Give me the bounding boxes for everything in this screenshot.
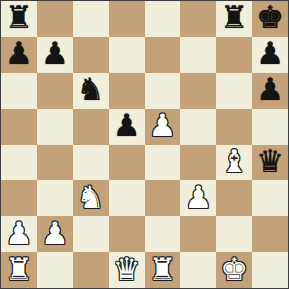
square-c3[interactable]: ♞ [73,180,109,216]
piece-white-queen[interactable]: ♛ [113,254,141,285]
square-b7[interactable]: ♟ [37,37,73,73]
square-d1[interactable]: ♛ [109,252,145,288]
square-d6[interactable] [109,73,145,109]
square-e1[interactable]: ♜ [145,252,181,288]
square-h1[interactable] [252,252,288,288]
square-g3[interactable] [216,180,252,216]
square-c5[interactable] [73,109,109,145]
square-b2[interactable]: ♟ [37,216,73,252]
square-b1[interactable] [37,252,73,288]
piece-black-pawn[interactable]: ♟ [41,38,69,69]
square-b3[interactable] [37,180,73,216]
square-e5[interactable]: ♟ [145,109,181,145]
square-a1[interactable]: ♜ [1,252,37,288]
square-b4[interactable] [37,145,73,181]
square-g4[interactable]: ♝ [216,145,252,181]
square-g8[interactable]: ♜ [216,1,252,37]
piece-white-knight[interactable]: ♞ [77,182,105,213]
square-d7[interactable] [109,37,145,73]
square-c4[interactable] [73,145,109,181]
square-c8[interactable] [73,1,109,37]
piece-white-pawn[interactable]: ♟ [149,110,177,141]
chess-board: ♜♜♚♟♟♟♞♟♟♟♝♛♞♟♟♟♜♛♜♚ [0,0,289,289]
square-a4[interactable] [1,145,37,181]
square-e2[interactable] [145,216,181,252]
square-b6[interactable] [37,73,73,109]
square-a6[interactable] [1,73,37,109]
square-h4[interactable]: ♛ [252,145,288,181]
square-c2[interactable] [73,216,109,252]
square-d3[interactable] [109,180,145,216]
square-e8[interactable] [145,1,181,37]
piece-white-king[interactable]: ♚ [220,254,248,285]
chess-board-container: ♜♜♚♟♟♟♞♟♟♟♝♛♞♟♟♟♜♛♜♚ [0,0,289,289]
piece-black-rook[interactable]: ♜ [220,2,248,33]
square-g7[interactable] [216,37,252,73]
square-a5[interactable] [1,109,37,145]
square-g1[interactable]: ♚ [216,252,252,288]
piece-white-pawn[interactable]: ♟ [5,218,33,249]
piece-black-pawn[interactable]: ♟ [5,38,33,69]
piece-black-pawn[interactable]: ♟ [256,74,284,105]
square-d2[interactable] [109,216,145,252]
square-a7[interactable]: ♟ [1,37,37,73]
piece-black-rook[interactable]: ♜ [5,2,33,33]
square-d8[interactable] [109,1,145,37]
piece-white-bishop[interactable]: ♝ [220,146,248,177]
piece-black-king[interactable]: ♚ [256,2,284,33]
square-f3[interactable]: ♟ [180,180,216,216]
square-g2[interactable] [216,216,252,252]
square-f8[interactable] [180,1,216,37]
piece-white-rook[interactable]: ♜ [5,254,33,285]
square-h7[interactable]: ♟ [252,37,288,73]
square-f7[interactable] [180,37,216,73]
square-c1[interactable] [73,252,109,288]
square-f4[interactable] [180,145,216,181]
square-a8[interactable]: ♜ [1,1,37,37]
piece-black-pawn[interactable]: ♟ [113,110,141,141]
square-a3[interactable] [1,180,37,216]
square-e4[interactable] [145,145,181,181]
square-b5[interactable] [37,109,73,145]
piece-white-pawn[interactable]: ♟ [41,218,69,249]
square-f1[interactable] [180,252,216,288]
square-h5[interactable] [252,109,288,145]
square-c6[interactable]: ♞ [73,73,109,109]
square-b8[interactable] [37,1,73,37]
square-e6[interactable] [145,73,181,109]
square-d4[interactable] [109,145,145,181]
square-f6[interactable] [180,73,216,109]
piece-white-pawn[interactable]: ♟ [184,182,212,213]
square-d5[interactable]: ♟ [109,109,145,145]
square-a2[interactable]: ♟ [1,216,37,252]
square-f2[interactable] [180,216,216,252]
square-h2[interactable] [252,216,288,252]
square-h3[interactable] [252,180,288,216]
square-c7[interactable] [73,37,109,73]
square-g5[interactable] [216,109,252,145]
piece-black-knight[interactable]: ♞ [77,74,105,105]
piece-black-queen[interactable]: ♛ [256,146,284,177]
piece-black-pawn[interactable]: ♟ [256,38,284,69]
square-e3[interactable] [145,180,181,216]
piece-white-rook[interactable]: ♜ [149,254,177,285]
square-g6[interactable] [216,73,252,109]
square-e7[interactable] [145,37,181,73]
square-h6[interactable]: ♟ [252,73,288,109]
square-h8[interactable]: ♚ [252,1,288,37]
square-f5[interactable] [180,109,216,145]
